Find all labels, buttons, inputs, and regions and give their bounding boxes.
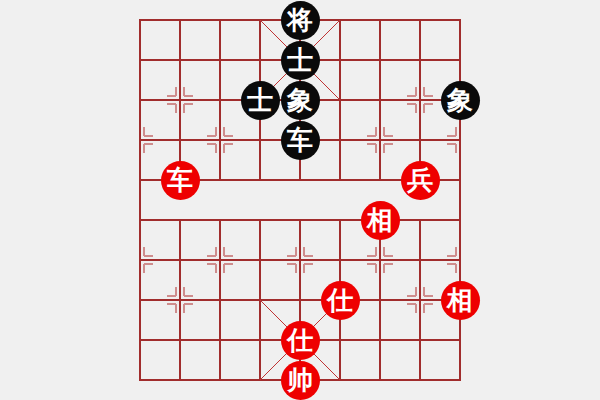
red-elephant-piece[interactable]: 相 xyxy=(361,201,400,240)
black-chariot-piece[interactable]: 车 xyxy=(281,121,320,160)
black-general-piece[interactable]: 将 xyxy=(281,1,320,40)
black-advisor-piece[interactable]: 士 xyxy=(281,41,320,80)
black-advisor-piece[interactable]: 士 xyxy=(241,81,280,120)
black-elephant-piece[interactable]: 象 xyxy=(441,81,480,120)
red-advisor-piece[interactable]: 仕 xyxy=(321,281,360,320)
red-chariot-piece[interactable]: 车 xyxy=(161,161,200,200)
red-general-piece[interactable]: 帅 xyxy=(281,361,320,400)
piece-layer: 将士士象象车车兵相仕相仕帅 xyxy=(120,0,480,400)
red-elephant-piece[interactable]: 相 xyxy=(441,281,480,320)
red-soldier-piece[interactable]: 兵 xyxy=(401,161,440,200)
xiangqi-board[interactable]: 将士士象象车车兵相仕相仕帅 xyxy=(0,0,600,400)
black-elephant-piece[interactable]: 象 xyxy=(281,81,320,120)
red-advisor-piece[interactable]: 仕 xyxy=(281,321,320,360)
